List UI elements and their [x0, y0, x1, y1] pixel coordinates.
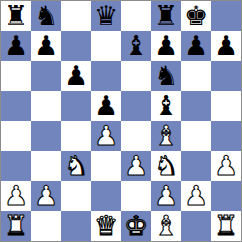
black-bishop-icon[interactable]: ♝ [124, 31, 148, 61]
square-a4[interactable] [1, 121, 31, 151]
square-c3[interactable]: ♞ [61, 151, 91, 181]
square-f2[interactable]: ♟ [151, 181, 181, 211]
black-knight-icon[interactable]: ♞ [154, 61, 178, 91]
black-pawn-icon[interactable]: ♟ [34, 31, 58, 61]
square-e7[interactable]: ♝ [121, 31, 151, 61]
square-e4[interactable] [121, 121, 151, 151]
square-e5[interactable] [121, 91, 151, 121]
chess-board: ♜♞♛♜♚♟♟♝♟♟♟♟♞♟♝♟♝♞♟♞♟♟♟♟♟♜♛♚♝♜ [1, 1, 241, 241]
square-b7[interactable]: ♟ [31, 31, 61, 61]
square-g1[interactable] [181, 211, 211, 241]
white-pawn-icon[interactable]: ♟ [124, 151, 148, 181]
square-f4[interactable]: ♝ [151, 121, 181, 151]
white-bishop-icon[interactable]: ♝ [154, 211, 178, 241]
square-a7[interactable]: ♟ [1, 31, 31, 61]
square-a2[interactable]: ♟ [1, 181, 31, 211]
square-h2[interactable] [211, 181, 241, 211]
square-f5[interactable]: ♝ [151, 91, 181, 121]
square-h6[interactable] [211, 61, 241, 91]
square-g8[interactable]: ♚ [181, 1, 211, 31]
square-c6[interactable]: ♟ [61, 61, 91, 91]
square-c7[interactable] [61, 31, 91, 61]
black-queen-icon[interactable]: ♛ [94, 1, 118, 31]
square-f7[interactable]: ♟ [151, 31, 181, 61]
square-g4[interactable] [181, 121, 211, 151]
square-d7[interactable] [91, 31, 121, 61]
square-f3[interactable]: ♞ [151, 151, 181, 181]
square-f6[interactable]: ♞ [151, 61, 181, 91]
square-g5[interactable] [181, 91, 211, 121]
square-a8[interactable]: ♜ [1, 1, 31, 31]
square-h1[interactable]: ♜ [211, 211, 241, 241]
black-pawn-icon[interactable]: ♟ [64, 61, 88, 91]
square-a5[interactable] [1, 91, 31, 121]
square-d6[interactable] [91, 61, 121, 91]
white-rook-icon[interactable]: ♜ [4, 211, 28, 241]
square-b6[interactable] [31, 61, 61, 91]
square-e6[interactable] [121, 61, 151, 91]
white-knight-icon[interactable]: ♞ [154, 151, 178, 181]
square-h3[interactable]: ♟ [211, 151, 241, 181]
square-e2[interactable] [121, 181, 151, 211]
black-pawn-icon[interactable]: ♟ [4, 31, 28, 61]
chess-board-frame: ♜♞♛♜♚♟♟♝♟♟♟♟♞♟♝♟♝♞♟♞♟♟♟♟♟♜♛♚♝♜ [0, 0, 242, 242]
white-pawn-icon[interactable]: ♟ [154, 181, 178, 211]
white-knight-icon[interactable]: ♞ [64, 151, 88, 181]
square-a3[interactable] [1, 151, 31, 181]
square-d5[interactable]: ♟ [91, 91, 121, 121]
square-d8[interactable]: ♛ [91, 1, 121, 31]
black-pawn-icon[interactable]: ♟ [184, 31, 208, 61]
square-h4[interactable] [211, 121, 241, 151]
square-e1[interactable]: ♚ [121, 211, 151, 241]
square-c4[interactable] [61, 121, 91, 151]
white-bishop-icon[interactable]: ♝ [154, 121, 178, 151]
square-b2[interactable]: ♟ [31, 181, 61, 211]
square-h8[interactable] [211, 1, 241, 31]
square-c1[interactable] [61, 211, 91, 241]
square-d3[interactable] [91, 151, 121, 181]
square-c8[interactable] [61, 1, 91, 31]
white-king-icon[interactable]: ♚ [124, 211, 148, 241]
square-h5[interactable] [211, 91, 241, 121]
white-pawn-icon[interactable]: ♟ [94, 121, 118, 151]
black-pawn-icon[interactable]: ♟ [154, 31, 178, 61]
square-d4[interactable]: ♟ [91, 121, 121, 151]
white-pawn-icon[interactable]: ♟ [34, 181, 58, 211]
black-king-icon[interactable]: ♚ [184, 1, 208, 31]
square-d2[interactable] [91, 181, 121, 211]
square-b3[interactable] [31, 151, 61, 181]
black-rook-icon[interactable]: ♜ [4, 1, 28, 31]
square-c5[interactable] [61, 91, 91, 121]
white-pawn-icon[interactable]: ♟ [214, 151, 238, 181]
square-a1[interactable]: ♜ [1, 211, 31, 241]
white-pawn-icon[interactable]: ♟ [4, 181, 28, 211]
square-b5[interactable] [31, 91, 61, 121]
white-rook-icon[interactable]: ♜ [214, 211, 238, 241]
square-f1[interactable]: ♝ [151, 211, 181, 241]
square-g6[interactable] [181, 61, 211, 91]
square-h7[interactable]: ♟ [211, 31, 241, 61]
white-pawn-icon[interactable]: ♟ [184, 181, 208, 211]
black-knight-icon[interactable]: ♞ [34, 1, 58, 31]
square-e3[interactable]: ♟ [121, 151, 151, 181]
square-b1[interactable] [31, 211, 61, 241]
square-e8[interactable] [121, 1, 151, 31]
black-rook-icon[interactable]: ♜ [154, 1, 178, 31]
square-b8[interactable]: ♞ [31, 1, 61, 31]
black-bishop-icon[interactable]: ♝ [154, 91, 178, 121]
square-a6[interactable] [1, 61, 31, 91]
square-b4[interactable] [31, 121, 61, 151]
square-g7[interactable]: ♟ [181, 31, 211, 61]
square-d1[interactable]: ♛ [91, 211, 121, 241]
square-f8[interactable]: ♜ [151, 1, 181, 31]
square-g3[interactable] [181, 151, 211, 181]
black-pawn-icon[interactable]: ♟ [214, 31, 238, 61]
white-queen-icon[interactable]: ♛ [94, 211, 118, 241]
square-c2[interactable] [61, 181, 91, 211]
square-g2[interactable]: ♟ [181, 181, 211, 211]
black-pawn-icon[interactable]: ♟ [94, 91, 118, 121]
